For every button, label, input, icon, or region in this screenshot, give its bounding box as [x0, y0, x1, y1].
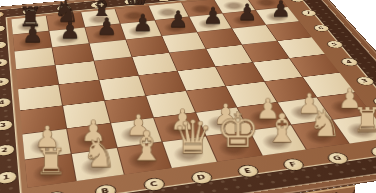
- piece-white-bishop[interactable]: ♝: [260, 108, 305, 148]
- square-b5[interactable]: [56, 61, 99, 84]
- rank-label-left: 1: [0, 169, 17, 184]
- square-a1[interactable]: ♜: [25, 154, 76, 188]
- square-f4[interactable]: [216, 62, 264, 85]
- decorative-border: ♜♞♝♛♚♝♞♜♟♟♟♟♟♟♟♟♟♟♟♟♟♟♟♟♜♞♝♛♚♝♞♜ AA88BB7…: [0, 0, 376, 193]
- rank-label-left: 3: [0, 118, 13, 131]
- piece-black-pawn[interactable]: ♟: [230, 1, 265, 23]
- piece-black-pawn[interactable]: ♟: [89, 15, 125, 38]
- piece-white-king[interactable]: ♚: [215, 105, 260, 153]
- square-a7[interactable]: ♟: [13, 31, 52, 51]
- square-a6[interactable]: [14, 47, 54, 69]
- piece-black-pawn[interactable]: ♟: [196, 4, 231, 27]
- piece-white-rook[interactable]: ♜: [27, 143, 74, 179]
- piece-white-bishop[interactable]: ♝: [123, 125, 169, 166]
- piece-white-queen[interactable]: ♛: [170, 114, 216, 160]
- piece-white-rook[interactable]: ♜: [346, 102, 376, 136]
- corner-ornament-icon: [0, 10, 4, 18]
- piece-black-pawn[interactable]: ♟: [52, 19, 88, 42]
- piece-black-pawn[interactable]: ♟: [14, 22, 50, 46]
- rank-label-left: 2: [0, 143, 15, 157]
- piece-black-pawn[interactable]: ♟: [125, 11, 160, 34]
- piece-black-pawn[interactable]: ♟: [161, 8, 196, 31]
- square-d1[interactable]: ♛: [163, 136, 217, 168]
- rank-label-left: 5: [0, 76, 10, 87]
- product-photo-canvas: ♜♞♝♛♚♝♞♜♟♟♟♟♟♟♟♟♟♟♟♟♟♟♟♟♜♞♝♛♚♝♞♜ AA88BB7…: [0, 0, 376, 193]
- square-c5[interactable]: [94, 57, 138, 80]
- square-c1[interactable]: ♝: [118, 142, 171, 174]
- square-e4[interactable]: [178, 66, 225, 90]
- piece-white-knight[interactable]: ♞: [303, 105, 347, 142]
- square-c6[interactable]: [90, 39, 132, 60]
- piece-black-pawn[interactable]: ♟: [264, 0, 298, 20]
- rank-label-left: 7: [0, 40, 7, 49]
- rank-label-left: 6: [0, 57, 8, 67]
- chess-board: ♜♞♝♛♚♝♞♜♟♟♟♟♟♟♟♟♟♟♟♟♟♟♟♟♜♞♝♛♚♝♞♜ AA88BB7…: [0, 0, 376, 193]
- piece-white-knight[interactable]: ♞: [76, 134, 123, 173]
- rank-label-left: 8: [0, 24, 5, 32]
- square-b1[interactable]: ♞: [72, 148, 124, 181]
- rank-label-left: 4: [0, 96, 11, 108]
